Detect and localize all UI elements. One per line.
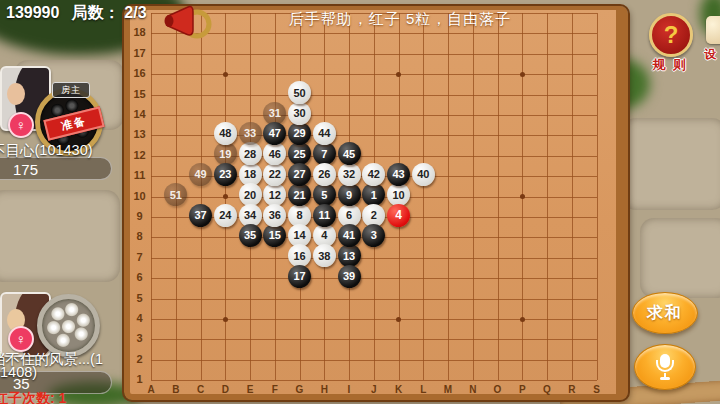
round-value: 2/3 bbox=[124, 4, 146, 21]
gomoku-board[interactable]: 19A18B17C16D15E14F13G12H11I10J9K8L7M6N5O… bbox=[124, 6, 628, 400]
stone-29-black: 29 bbox=[288, 122, 311, 145]
room-owner-badge: 房主 bbox=[52, 82, 90, 98]
col-label: C bbox=[193, 384, 209, 395]
grid-line bbox=[498, 13, 499, 380]
row-label: 3 bbox=[130, 332, 149, 344]
star-point bbox=[223, 317, 228, 322]
row-label: 11 bbox=[130, 169, 149, 181]
row-label: 6 bbox=[130, 271, 149, 283]
red-bonus-stone: 4 bbox=[387, 204, 410, 227]
stone-1-black: 1 bbox=[362, 183, 385, 206]
coin-score: 139990 bbox=[6, 4, 59, 21]
stone-3-black: 3 bbox=[362, 224, 385, 247]
stone-19-ghost: 19 bbox=[214, 142, 237, 165]
col-label: I bbox=[341, 384, 357, 395]
row-label: 4 bbox=[130, 312, 149, 324]
col-label: L bbox=[415, 384, 431, 395]
col-label: D bbox=[217, 384, 233, 395]
stone-51-ghost: 51 bbox=[164, 183, 187, 206]
stone-12-white: 12 bbox=[263, 183, 286, 206]
grid-line bbox=[151, 339, 597, 340]
stone-9-black: 9 bbox=[338, 183, 361, 206]
star-point bbox=[520, 194, 525, 199]
row-label: 16 bbox=[130, 67, 149, 79]
stone-48-white: 48 bbox=[214, 122, 237, 145]
game-screen: 19A18B17C16D15E14F13G12H11I10J9K8L7M6N5O… bbox=[0, 0, 720, 404]
stone-36-white: 36 bbox=[263, 204, 286, 227]
star-point bbox=[520, 317, 525, 322]
stone-27-black: 27 bbox=[288, 163, 311, 186]
col-label: M bbox=[440, 384, 456, 395]
stone-42-white: 42 bbox=[362, 163, 385, 186]
mode-banner: 后手帮助，红子 5粒，自由落子 bbox=[155, 10, 645, 29]
stone-path bbox=[640, 218, 720, 298]
mic-button[interactable] bbox=[634, 344, 696, 390]
grid-line bbox=[423, 13, 424, 380]
round-label: 局数： bbox=[72, 4, 120, 21]
stone-15-black: 15 bbox=[263, 224, 286, 247]
white-stones-bowl bbox=[37, 294, 100, 357]
col-label: Q bbox=[539, 384, 555, 395]
grid-line bbox=[151, 278, 597, 279]
stone-41-black: 41 bbox=[338, 224, 361, 247]
black-player-name: 不目心(101430) bbox=[0, 141, 93, 160]
stone-11-black: 11 bbox=[313, 204, 336, 227]
stone-16-white: 16 bbox=[288, 244, 311, 267]
stone-23-black: 23 bbox=[214, 163, 237, 186]
settings-label-partial: 设 bbox=[704, 46, 716, 63]
stone-49-ghost: 49 bbox=[189, 163, 212, 186]
question-mark-icon: ? bbox=[664, 21, 679, 49]
stone-5-black: 5 bbox=[313, 183, 336, 206]
star-point bbox=[396, 72, 401, 77]
settings-icon-partial[interactable] bbox=[706, 16, 720, 44]
stone-30-white: 30 bbox=[288, 102, 311, 125]
grid-line bbox=[572, 13, 573, 380]
stone-25-black: 25 bbox=[288, 142, 311, 165]
draw-offer-label: 求和 bbox=[647, 303, 683, 324]
col-label: S bbox=[589, 384, 605, 395]
stone-20-white: 20 bbox=[239, 183, 262, 206]
stone-38-white: 38 bbox=[313, 244, 336, 267]
row-label: 17 bbox=[130, 47, 149, 59]
grid-line bbox=[448, 13, 449, 380]
stone-22-white: 22 bbox=[263, 163, 286, 186]
stone-39-black: 39 bbox=[338, 265, 361, 288]
grid-line bbox=[151, 360, 597, 361]
row-label: 9 bbox=[130, 210, 149, 222]
row-label: 15 bbox=[130, 88, 149, 100]
row-label: 12 bbox=[130, 149, 149, 161]
grid-line bbox=[151, 299, 597, 300]
stone-path bbox=[0, 190, 120, 282]
black-player-score: 175 bbox=[0, 157, 112, 180]
female-icon: ♀ bbox=[8, 326, 34, 352]
col-label: O bbox=[490, 384, 506, 395]
stone-37-black: 37 bbox=[189, 204, 212, 227]
star-point bbox=[223, 194, 228, 199]
stone-path bbox=[622, 118, 720, 210]
stone-7-black: 7 bbox=[313, 142, 336, 165]
stone-44-white: 44 bbox=[313, 122, 336, 145]
stone-50-white: 50 bbox=[288, 81, 311, 104]
row-label: 10 bbox=[130, 190, 149, 202]
stone-13-black: 13 bbox=[338, 244, 361, 267]
rules-label: 规 则 bbox=[642, 56, 698, 74]
stone-28-white: 28 bbox=[239, 142, 262, 165]
grid-line bbox=[151, 380, 597, 381]
col-label: P bbox=[514, 384, 530, 395]
grid-line bbox=[547, 13, 548, 380]
stone-46-white: 46 bbox=[263, 142, 286, 165]
col-label: J bbox=[366, 384, 382, 395]
grid-line bbox=[151, 258, 597, 259]
col-label: K bbox=[391, 384, 407, 395]
stone-40-white: 40 bbox=[412, 163, 435, 186]
row-label: 1 bbox=[130, 373, 149, 385]
red-stone-counter: 红子次数: 1 bbox=[0, 390, 66, 404]
col-label: F bbox=[267, 384, 283, 395]
row-label: 7 bbox=[130, 251, 149, 263]
col-label: G bbox=[292, 384, 308, 395]
star-point bbox=[396, 317, 401, 322]
col-label: A bbox=[143, 384, 159, 395]
row-label: 18 bbox=[130, 26, 149, 38]
stone-24-white: 24 bbox=[214, 204, 237, 227]
stone-26-white: 26 bbox=[313, 163, 336, 186]
stone-45-black: 45 bbox=[338, 142, 361, 165]
row-label: 13 bbox=[130, 128, 149, 140]
row-label: 8 bbox=[130, 230, 149, 242]
white-player-name-line2: 1408) bbox=[0, 364, 37, 380]
avatar-face bbox=[7, 83, 25, 105]
female-icon: ♀ bbox=[8, 112, 34, 138]
stone-17-black: 17 bbox=[288, 265, 311, 288]
row-label: 5 bbox=[130, 292, 149, 304]
stone-35-black: 35 bbox=[239, 224, 262, 247]
star-point bbox=[223, 72, 228, 77]
rules-help-button[interactable]: ? bbox=[649, 13, 693, 57]
col-label: E bbox=[242, 384, 258, 395]
stone-47-black: 47 bbox=[263, 122, 286, 145]
col-label: N bbox=[465, 384, 481, 395]
stone-33-ghost: 33 bbox=[239, 122, 262, 145]
stone-43-black: 43 bbox=[387, 163, 410, 186]
stone-10-white: 10 bbox=[387, 183, 410, 206]
score-bar: 139990 局数： 2/3 bbox=[6, 3, 147, 24]
draw-offer-button[interactable]: 求和 bbox=[632, 292, 698, 334]
grid-line bbox=[473, 13, 474, 380]
col-label: B bbox=[168, 384, 184, 395]
stone-21-black: 21 bbox=[288, 183, 311, 206]
col-label: R bbox=[564, 384, 580, 395]
microphone-icon bbox=[655, 354, 675, 380]
grid-line bbox=[151, 319, 597, 320]
col-label: H bbox=[316, 384, 332, 395]
stone-32-white: 32 bbox=[338, 163, 361, 186]
row-label: 2 bbox=[130, 353, 149, 365]
row-label: 14 bbox=[130, 108, 149, 120]
grid-line bbox=[597, 13, 598, 380]
star-point bbox=[520, 72, 525, 77]
